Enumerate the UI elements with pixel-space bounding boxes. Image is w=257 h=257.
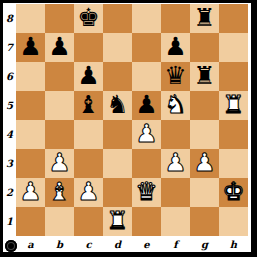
square-f7[interactable]: ♟ (161, 33, 190, 62)
rank-label-2: 2 (3, 178, 16, 207)
rank-label-5: 5 (3, 91, 16, 120)
square-e1[interactable] (132, 207, 161, 236)
square-e4[interactable]: ♟ (132, 120, 161, 149)
square-h3[interactable] (219, 149, 248, 178)
file-label-h: h (219, 237, 248, 251)
square-d2[interactable] (103, 178, 132, 207)
piece-black-rook: ♜ (193, 3, 215, 32)
square-b2[interactable]: ♝ (45, 178, 74, 207)
square-b5[interactable] (45, 91, 74, 120)
rank-label-7: 7 (3, 33, 16, 62)
square-a1[interactable] (16, 207, 45, 236)
square-e3[interactable] (132, 149, 161, 178)
square-c5[interactable]: ♝ (74, 91, 103, 120)
square-f1[interactable] (161, 207, 190, 236)
square-f3[interactable]: ♟ (161, 149, 190, 178)
file-label-g: g (190, 237, 219, 251)
rank-labels: 87654321 (3, 4, 16, 236)
rank-label-3: 3 (3, 149, 16, 178)
square-c7[interactable] (74, 33, 103, 62)
piece-white-bishop: ♝ (48, 177, 70, 206)
square-h8[interactable] (219, 4, 248, 33)
piece-black-pawn: ♟ (48, 32, 70, 61)
square-c8[interactable]: ♚ (74, 4, 103, 33)
square-c3[interactable] (74, 149, 103, 178)
piece-black-bishop: ♝ (77, 90, 99, 119)
file-label-d: d (103, 237, 132, 251)
piece-black-pawn: ♟ (77, 61, 99, 90)
piece-black-pawn: ♟ (164, 32, 186, 61)
square-b3[interactable]: ♟ (45, 149, 74, 178)
rank-label-1: 1 (3, 207, 16, 236)
piece-black-pawn: ♟ (135, 90, 157, 119)
file-labels: abcdefgh (16, 237, 248, 251)
square-c4[interactable] (74, 120, 103, 149)
board-frame: 87654321 ♚♜♟♟♟♟♛♜♝♞♟♞♜♟♟♟♟♟♝♟♛♚♜ abcdefg… (3, 3, 251, 252)
file-label-e: e (132, 237, 161, 251)
square-h1[interactable] (219, 207, 248, 236)
piece-white-rook: ♜ (222, 90, 244, 119)
square-f5[interactable]: ♞ (161, 91, 190, 120)
square-a2[interactable]: ♟ (16, 178, 45, 207)
rank-label-6: 6 (3, 62, 16, 91)
file-label-f: f (161, 237, 190, 251)
square-b8[interactable] (45, 4, 74, 33)
square-g3[interactable]: ♟ (190, 149, 219, 178)
piece-white-queen: ♛ (135, 177, 157, 206)
piece-white-pawn: ♟ (164, 148, 186, 177)
square-a7[interactable]: ♟ (16, 33, 45, 62)
file-label-b: b (45, 237, 74, 251)
square-e7[interactable] (132, 33, 161, 62)
square-h5[interactable]: ♜ (219, 91, 248, 120)
piece-black-pawn: ♟ (19, 32, 41, 61)
square-d6[interactable] (103, 62, 132, 91)
rank-label-4: 4 (3, 120, 16, 149)
square-e2[interactable]: ♛ (132, 178, 161, 207)
piece-white-knight: ♞ (164, 90, 186, 119)
square-h4[interactable] (219, 120, 248, 149)
square-g6[interactable]: ♜ (190, 62, 219, 91)
square-c2[interactable]: ♟ (74, 178, 103, 207)
square-g4[interactable] (190, 120, 219, 149)
square-b4[interactable] (45, 120, 74, 149)
file-label-c: c (74, 237, 103, 251)
chess-diagram: 87654321 ♚♜♟♟♟♟♛♜♝♞♟♞♜♟♟♟♟♟♝♟♛♚♜ abcdefg… (0, 0, 257, 257)
square-f8[interactable] (161, 4, 190, 33)
square-h6[interactable] (219, 62, 248, 91)
rank-label-8: 8 (3, 4, 16, 33)
square-f4[interactable] (161, 120, 190, 149)
square-a8[interactable] (16, 4, 45, 33)
piece-white-king: ♚ (222, 177, 244, 206)
piece-black-king: ♚ (77, 3, 99, 32)
square-g8[interactable]: ♜ (190, 4, 219, 33)
square-h2[interactable]: ♚ (219, 178, 248, 207)
piece-white-pawn: ♟ (48, 148, 70, 177)
square-d8[interactable] (103, 4, 132, 33)
square-e8[interactable] (132, 4, 161, 33)
square-f6[interactable]: ♛ (161, 62, 190, 91)
square-d3[interactable] (103, 149, 132, 178)
piece-white-pawn: ♟ (77, 177, 99, 206)
square-g1[interactable] (190, 207, 219, 236)
piece-white-pawn: ♟ (19, 177, 41, 206)
square-d7[interactable] (103, 33, 132, 62)
square-a5[interactable] (16, 91, 45, 120)
square-a3[interactable] (16, 149, 45, 178)
square-b7[interactable]: ♟ (45, 33, 74, 62)
square-g5[interactable] (190, 91, 219, 120)
piece-black-knight: ♞ (106, 90, 128, 119)
square-b1[interactable] (45, 207, 74, 236)
piece-white-pawn: ♟ (193, 148, 215, 177)
side-to-move-indicator (5, 240, 17, 252)
chess-board: ♚♜♟♟♟♟♛♜♝♞♟♞♜♟♟♟♟♟♝♟♛♚♜ (16, 4, 248, 236)
square-f2[interactable] (161, 178, 190, 207)
square-c6[interactable]: ♟ (74, 62, 103, 91)
square-e6[interactable] (132, 62, 161, 91)
square-g7[interactable] (190, 33, 219, 62)
piece-white-pawn: ♟ (135, 119, 157, 148)
square-d4[interactable] (103, 120, 132, 149)
piece-black-rook: ♜ (193, 61, 215, 90)
piece-white-rook: ♜ (106, 206, 128, 235)
square-c1[interactable] (74, 207, 103, 236)
piece-black-queen: ♛ (164, 61, 186, 90)
square-a4[interactable] (16, 120, 45, 149)
square-d1[interactable]: ♜ (103, 207, 132, 236)
square-b6[interactable] (45, 62, 74, 91)
square-e5[interactable]: ♟ (132, 91, 161, 120)
file-label-a: a (16, 237, 45, 251)
square-d5[interactable]: ♞ (103, 91, 132, 120)
square-a6[interactable] (16, 62, 45, 91)
square-g2[interactable] (190, 178, 219, 207)
square-h7[interactable] (219, 33, 248, 62)
